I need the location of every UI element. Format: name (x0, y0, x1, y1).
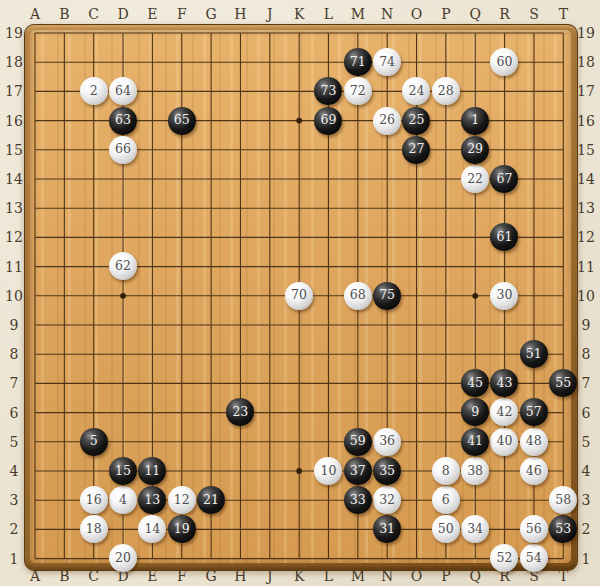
board-point-P17: 28 (431, 77, 460, 106)
white-stone-46: 46 (520, 457, 548, 485)
coord-label-right-18: 18 (577, 54, 595, 70)
board-point-D11: 62 (108, 252, 137, 281)
board-point-R1: 52 (490, 544, 519, 573)
board-point-G3: 21 (196, 485, 225, 514)
coord-label-left-2: 2 (10, 521, 19, 537)
board-point-Q2: 34 (460, 515, 489, 544)
coord-label-left-4: 4 (10, 463, 19, 479)
black-stone-35: 35 (373, 457, 401, 485)
coord-label-right-14: 14 (577, 171, 595, 187)
board-point-D15: 66 (108, 135, 137, 164)
board-point-M3: 33 (343, 485, 372, 514)
black-stone-33: 33 (344, 486, 372, 514)
board-point-M10: 68 (343, 281, 372, 310)
black-stone-9: 9 (461, 398, 489, 426)
black-stone-19: 19 (168, 515, 196, 543)
coord-label-right-16: 16 (577, 113, 595, 129)
board-point-F3: 12 (167, 485, 196, 514)
board-point-Q7: 45 (460, 369, 489, 398)
board-point-M17: 72 (343, 77, 372, 106)
board-point-S4: 46 (519, 456, 548, 485)
board-point-H6: 23 (226, 398, 255, 427)
white-stone-40: 40 (490, 428, 518, 456)
white-stone-60: 60 (490, 48, 518, 76)
board-point-O17: 24 (402, 77, 431, 106)
board-point-Q16: 1 (460, 106, 489, 135)
white-stone-4: 4 (109, 486, 137, 514)
white-stone-10: 10 (314, 457, 342, 485)
board-point-N3: 32 (372, 485, 401, 514)
white-stone-6: 6 (432, 486, 460, 514)
stones-grid: 1245689101112131415161819202122232425262… (20, 18, 578, 573)
board-point-L16: 69 (314, 106, 343, 135)
go-diagram-page: ABCDEFGHJKLMNOPQRST ABCDEFGHJKLMNOPQRST … (0, 0, 600, 586)
board-point-N4: 35 (372, 456, 401, 485)
white-stone-2: 2 (80, 77, 108, 105)
coord-label-right-11: 11 (577, 259, 595, 275)
board-point-R12: 61 (490, 223, 519, 252)
board-point-C2: 18 (79, 515, 108, 544)
black-stone-11: 11 (138, 457, 166, 485)
board-point-S1: 54 (519, 544, 548, 573)
board-point-R6: 42 (490, 398, 519, 427)
coord-label-left-1: 1 (10, 551, 19, 567)
coord-label-left-5: 5 (10, 434, 19, 450)
black-stone-13: 13 (138, 486, 166, 514)
board-point-R18: 60 (490, 48, 519, 77)
board-point-Q4: 38 (460, 456, 489, 485)
board-point-C3: 16 (79, 485, 108, 514)
black-stone-37: 37 (344, 457, 372, 485)
black-stone-43: 43 (490, 369, 518, 397)
coord-label-right-6: 6 (582, 405, 591, 421)
white-stone-36: 36 (373, 428, 401, 456)
board-point-F16: 65 (167, 106, 196, 135)
coord-label-right-9: 9 (582, 317, 591, 333)
board-point-E2: 14 (138, 515, 167, 544)
board-point-M18: 71 (343, 48, 372, 77)
board-point-Q6: 9 (460, 398, 489, 427)
white-stone-16: 16 (80, 486, 108, 514)
coord-label-right-5: 5 (582, 434, 591, 450)
board-point-P2: 50 (431, 515, 460, 544)
black-stone-41: 41 (461, 428, 489, 456)
board-point-D1: 20 (108, 544, 137, 573)
board-point-S6: 57 (519, 398, 548, 427)
coord-label-right-2: 2 (582, 521, 591, 537)
board-point-R5: 40 (490, 427, 519, 456)
black-stone-51: 51 (520, 340, 548, 368)
board-point-N18: 74 (372, 48, 401, 77)
white-stone-72: 72 (344, 77, 372, 105)
black-stone-53: 53 (549, 515, 577, 543)
white-stone-74: 74 (373, 48, 401, 76)
board-point-S5: 48 (519, 427, 548, 456)
board-point-D4: 15 (108, 456, 137, 485)
black-stone-31: 31 (373, 515, 401, 543)
board-point-D16: 63 (108, 106, 137, 135)
board-point-Q5: 41 (460, 427, 489, 456)
board-point-R10: 30 (490, 281, 519, 310)
black-stone-65: 65 (168, 107, 196, 135)
board-point-P3: 6 (431, 485, 460, 514)
coord-label-right-10: 10 (577, 288, 595, 304)
white-stone-34: 34 (461, 515, 489, 543)
board-point-N2: 31 (372, 515, 401, 544)
board-point-N10: 75 (372, 281, 401, 310)
board-point-E3: 13 (138, 485, 167, 514)
board-point-D3: 4 (108, 485, 137, 514)
black-stone-59: 59 (344, 428, 372, 456)
white-stone-70: 70 (285, 282, 313, 310)
white-stone-62: 62 (109, 252, 137, 280)
board-point-L4: 10 (314, 456, 343, 485)
white-stone-20: 20 (109, 544, 137, 572)
white-stone-28: 28 (432, 77, 460, 105)
coord-label-left-6: 6 (10, 405, 19, 421)
black-stone-45: 45 (461, 369, 489, 397)
coord-label-left-8: 8 (10, 346, 19, 362)
board-point-C17: 2 (79, 77, 108, 106)
black-stone-23: 23 (226, 398, 254, 426)
black-stone-69: 69 (314, 107, 342, 135)
white-stone-48: 48 (520, 428, 548, 456)
board-point-N5: 36 (372, 427, 401, 456)
white-stone-32: 32 (373, 486, 401, 514)
white-stone-52: 52 (490, 544, 518, 572)
coord-label-right-3: 3 (582, 492, 591, 508)
black-stone-61: 61 (490, 223, 518, 251)
board-point-P4: 8 (431, 456, 460, 485)
coord-label-right-1: 1 (582, 551, 591, 567)
black-stone-27: 27 (402, 136, 430, 164)
board-point-Q15: 29 (460, 135, 489, 164)
coord-label-right-7: 7 (582, 375, 591, 391)
black-stone-63: 63 (109, 107, 137, 135)
black-stone-75: 75 (373, 282, 401, 310)
coord-label-right-17: 17 (577, 83, 595, 99)
white-stone-64: 64 (109, 77, 137, 105)
board-point-T3: 58 (548, 485, 577, 514)
board-point-O16: 25 (402, 106, 431, 135)
board-point-K10: 70 (284, 281, 313, 310)
board-point-T7: 55 (548, 369, 577, 398)
black-stone-25: 25 (402, 107, 430, 135)
coord-label-left-7: 7 (10, 375, 19, 391)
black-stone-57: 57 (520, 398, 548, 426)
white-stone-8: 8 (432, 457, 460, 485)
board-point-N16: 26 (372, 106, 401, 135)
white-stone-56: 56 (520, 515, 548, 543)
white-stone-68: 68 (344, 282, 372, 310)
coord-label-right-13: 13 (577, 200, 595, 216)
white-stone-22: 22 (461, 165, 489, 193)
board-point-E4: 11 (138, 456, 167, 485)
board-point-R14: 67 (490, 164, 519, 193)
board-point-O15: 27 (402, 135, 431, 164)
board-point-F2: 19 (167, 515, 196, 544)
black-stone-73: 73 (314, 77, 342, 105)
coord-label-right-8: 8 (582, 346, 591, 362)
board-point-M5: 59 (343, 427, 372, 456)
coord-label-left-3: 3 (10, 492, 19, 508)
black-stone-15: 15 (109, 457, 137, 485)
white-stone-50: 50 (432, 515, 460, 543)
white-stone-30: 30 (490, 282, 518, 310)
board-point-D17: 64 (108, 77, 137, 106)
white-stone-12: 12 (168, 486, 196, 514)
coord-label-left-9: 9 (10, 317, 19, 333)
white-stone-26: 26 (373, 107, 401, 135)
black-stone-5: 5 (80, 428, 108, 456)
board-point-L17: 73 (314, 77, 343, 106)
board-point-C5: 5 (79, 427, 108, 456)
black-stone-21: 21 (197, 486, 225, 514)
board-point-M4: 37 (343, 456, 372, 485)
white-stone-14: 14 (138, 515, 166, 543)
white-stone-24: 24 (402, 77, 430, 105)
board-point-R7: 43 (490, 369, 519, 398)
board-point-Q14: 22 (460, 164, 489, 193)
black-stone-1: 1 (461, 107, 489, 135)
white-stone-66: 66 (109, 136, 137, 164)
black-stone-29: 29 (461, 136, 489, 164)
black-stone-55: 55 (549, 369, 577, 397)
coord-label-right-4: 4 (582, 463, 591, 479)
coord-label-right-15: 15 (577, 142, 595, 158)
coord-label-right-19: 19 (577, 25, 595, 41)
black-stone-67: 67 (490, 165, 518, 193)
black-stone-71: 71 (344, 48, 372, 76)
board-point-S8: 51 (519, 339, 548, 368)
coord-label-right-12: 12 (577, 229, 595, 245)
white-stone-38: 38 (461, 457, 489, 485)
white-stone-18: 18 (80, 515, 108, 543)
white-stone-54: 54 (520, 544, 548, 572)
white-stone-58: 58 (549, 486, 577, 514)
white-stone-42: 42 (490, 398, 518, 426)
board-point-S2: 56 (519, 515, 548, 544)
board-point-T2: 53 (548, 515, 577, 544)
